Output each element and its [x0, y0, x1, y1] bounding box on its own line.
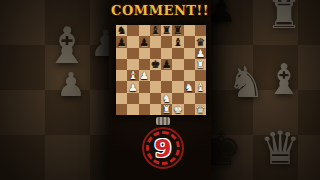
square-g1 [184, 104, 195, 115]
square-g6 [184, 48, 195, 59]
black-king: ♚ [151, 59, 160, 70]
square-d8: ♝ [150, 25, 161, 36]
square-g5 [184, 59, 195, 70]
square-a8: ♞ [116, 25, 127, 36]
square-g8 [184, 25, 195, 36]
square-b5 [127, 59, 138, 70]
white-pawn: ♟ [128, 82, 137, 93]
square-d2 [150, 93, 161, 104]
black-pawn: ♟ [162, 59, 171, 70]
white-rook: ♜ [162, 104, 171, 115]
square-c1 [139, 104, 150, 115]
square-e4 [161, 70, 172, 81]
square-h8 [195, 25, 206, 36]
square-b6 [127, 48, 138, 59]
white-king: ♚ [173, 104, 182, 115]
square-d6 [150, 48, 161, 59]
square-a1 [116, 104, 127, 115]
square-h1: ♛ [195, 104, 206, 115]
square-d3 [150, 81, 161, 92]
white-pawn: ♟ [139, 70, 148, 81]
square-b2 [127, 93, 138, 104]
white-knight: ♞ [162, 93, 171, 104]
timer-count: 9 [144, 129, 182, 167]
square-g2 [184, 93, 195, 104]
square-h2 [195, 93, 206, 104]
square-e6 [161, 48, 172, 59]
square-h4 [195, 70, 206, 81]
black-rook: ♜ [173, 25, 182, 36]
black-bishop: ♝ [151, 25, 160, 36]
square-a4 [116, 70, 127, 81]
stopwatch-dial: 9 [142, 127, 184, 169]
black-knight: ♞ [117, 25, 126, 36]
stopwatch-crown-icon [156, 117, 170, 125]
square-b4: ♝ [127, 70, 138, 81]
square-c6 [139, 48, 150, 59]
video-center-strip: COMMENT!! ♞♝♜♜♟♟♝♛♟♚♟♜♝♟♟♞♝♞♜♚♛ 9 [109, 0, 211, 180]
bg-pawn-icon: ♟ [56, 68, 86, 101]
square-d4 [150, 70, 161, 81]
square-f6 [172, 48, 183, 59]
square-e8: ♜ [161, 25, 172, 36]
video-frame[interactable]: ♝♟♟ ♟♜♞♝♚♛ COMMENT!! ♞♝♜♜♟♟♝♛♟♚♟♜♝♟♟♞♝♞♜… [0, 0, 320, 180]
square-d5: ♚ [150, 59, 161, 70]
black-queen: ♛ [196, 37, 205, 48]
square-g3: ♞ [184, 81, 195, 92]
black-rook: ♜ [162, 25, 171, 36]
square-h7: ♛ [195, 36, 206, 47]
white-knight: ♞ [184, 82, 193, 93]
square-e7 [161, 36, 172, 47]
black-pawn: ♟ [117, 37, 126, 48]
white-bishop: ♝ [128, 70, 137, 81]
white-rook: ♜ [196, 59, 205, 70]
square-d7 [150, 36, 161, 47]
bg-bishop-icon: ♝ [265, 59, 303, 101]
square-f4 [172, 70, 183, 81]
square-b8 [127, 25, 138, 36]
white-bishop: ♝ [196, 82, 205, 93]
square-b1 [127, 104, 138, 115]
bg-queen-icon: ♛ [259, 125, 300, 171]
chess-board: ♞♝♜♜♟♟♝♛♟♚♟♜♝♟♟♞♝♞♜♚♛ [116, 25, 206, 115]
bg-rook-icon: ♜ [266, 0, 302, 34]
background-left-panel: ♝♟♟ [0, 0, 112, 180]
title-text: COMMENT!! [99, 3, 221, 18]
square-a3 [116, 81, 127, 92]
square-h5: ♜ [195, 59, 206, 70]
square-f3 [172, 81, 183, 92]
square-h6: ♟ [195, 48, 206, 59]
black-bishop: ♝ [173, 37, 182, 48]
square-h3: ♝ [195, 81, 206, 92]
black-pawn: ♟ [139, 37, 148, 48]
square-e5: ♟ [161, 59, 172, 70]
square-a2 [116, 93, 127, 104]
bg-bishop-icon: ♝ [45, 21, 90, 71]
square-g4 [184, 70, 195, 81]
square-c2 [139, 93, 150, 104]
square-a5 [116, 59, 127, 70]
square-e2: ♞ [161, 93, 172, 104]
square-c8 [139, 25, 150, 36]
timer-stopwatch: 9 [142, 117, 184, 175]
square-f8: ♜ [172, 25, 183, 36]
square-c7: ♟ [139, 36, 150, 47]
background-right-panel: ♟♜♞♝♚♛ [208, 0, 320, 180]
square-b7 [127, 36, 138, 47]
square-e1: ♜ [161, 104, 172, 115]
square-f7: ♝ [172, 36, 183, 47]
square-a6 [116, 48, 127, 59]
white-queen: ♛ [196, 104, 205, 115]
square-c5 [139, 59, 150, 70]
square-b3: ♟ [127, 81, 138, 92]
square-f1: ♚ [172, 104, 183, 115]
square-e3 [161, 81, 172, 92]
square-f5 [172, 59, 183, 70]
square-c3 [139, 81, 150, 92]
bg-knight-icon: ♞ [227, 62, 265, 104]
square-d1 [150, 104, 161, 115]
square-a7: ♟ [116, 36, 127, 47]
square-c4: ♟ [139, 70, 150, 81]
square-f2 [172, 93, 183, 104]
white-pawn: ♟ [196, 48, 205, 59]
square-g7 [184, 36, 195, 47]
